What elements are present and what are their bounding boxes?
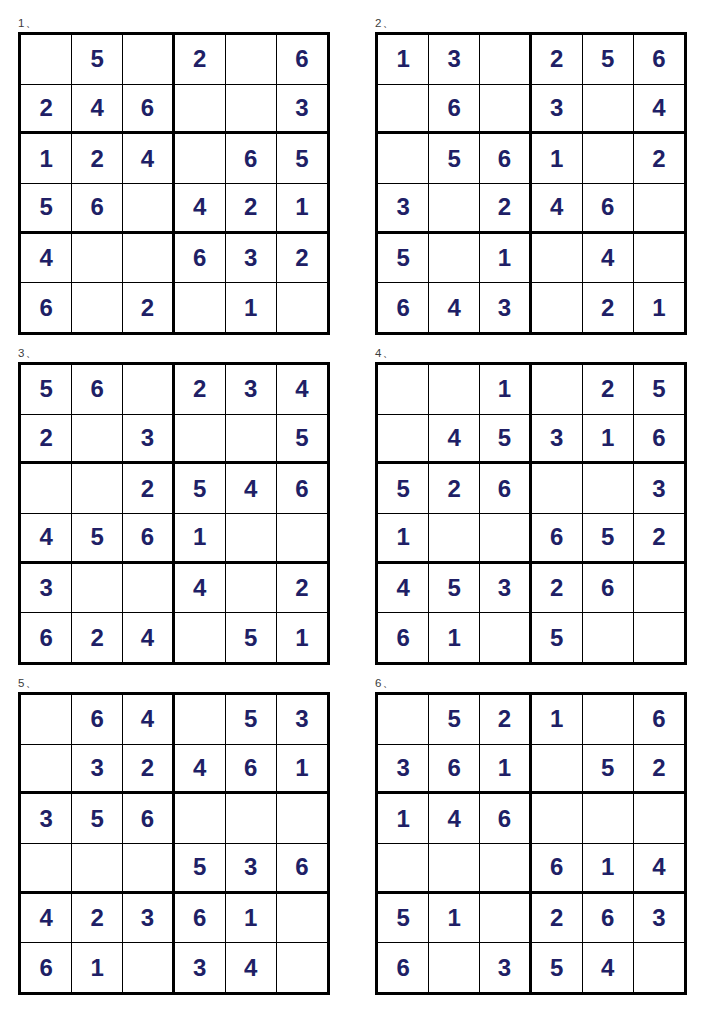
cell-r2c6[interactable]: 4 (634, 85, 684, 134)
cell-r5c6[interactable]: 2 (277, 234, 327, 283)
cell-r2c4[interactable]: 4 (175, 745, 225, 794)
cell-r5c1[interactable]: 3 (21, 564, 71, 613)
cell-r1c3[interactable] (480, 35, 530, 84)
cell-r4c1[interactable] (21, 844, 71, 893)
cell-r3c4[interactable] (175, 794, 225, 843)
cell-r5c5[interactable]: 6 (583, 894, 633, 943)
cell-r1c4[interactable]: 2 (532, 35, 582, 84)
cell-r6c1[interactable]: 6 (378, 613, 428, 662)
cell-r2c2[interactable] (72, 415, 122, 464)
cell-r5c1[interactable]: 4 (21, 894, 71, 943)
cell-r2c1[interactable]: 2 (21, 85, 71, 134)
sudoku-board-6: 521636152146614512636354 (375, 692, 687, 995)
cell-r6c4[interactable]: 5 (532, 943, 582, 992)
cell-r6c4[interactable] (175, 283, 225, 332)
cell-r2c2[interactable]: 3 (72, 745, 122, 794)
cell-r4c6[interactable] (277, 514, 327, 563)
puzzle-4-label: 4、 (375, 346, 687, 362)
cell-r4c2[interactable] (429, 844, 479, 893)
cell-r4c1[interactable]: 5 (21, 184, 71, 233)
cell-r4c6[interactable]: 1 (277, 184, 327, 233)
cell-r4c1[interactable]: 4 (21, 514, 71, 563)
cell-r3c6[interactable] (277, 794, 327, 843)
cell-r2c4[interactable]: 3 (532, 415, 582, 464)
cell-r4c4[interactable]: 5 (175, 844, 225, 893)
cell-r2c4[interactable] (532, 745, 582, 794)
cell-r4c1[interactable] (378, 844, 428, 893)
cell-r4c6[interactable]: 2 (634, 514, 684, 563)
cell-r6c3[interactable]: 3 (480, 943, 530, 992)
cell-r1c1[interactable] (378, 695, 428, 744)
cell-r5c4[interactable]: 6 (175, 234, 225, 283)
cell-r6c3[interactable] (480, 613, 530, 662)
cell-r5c1[interactable]: 4 (378, 564, 428, 613)
cell-r4c3[interactable] (480, 514, 530, 563)
cell-r1c5[interactable]: 3 (226, 365, 276, 414)
cell-r1c4[interactable] (532, 365, 582, 414)
cell-r1c5[interactable]: 5 (583, 35, 633, 84)
cell-r3c4[interactable] (532, 464, 582, 513)
cell-r2c2[interactable]: 6 (429, 85, 479, 134)
cell-r5c3[interactable]: 3 (123, 894, 173, 943)
cell-r1c4[interactable]: 1 (532, 695, 582, 744)
cell-r3c6[interactable]: 2 (634, 134, 684, 183)
cell-r3c4[interactable] (175, 134, 225, 183)
cell-r3c3[interactable]: 4 (123, 134, 173, 183)
cell-r4c6[interactable] (634, 184, 684, 233)
cell-r1c3[interactable]: 4 (123, 695, 173, 744)
puzzle-5: 5、 645332461356536423616134 (18, 676, 330, 995)
cell-r4c5[interactable]: 6 (583, 184, 633, 233)
cell-r6c2[interactable] (429, 943, 479, 992)
cell-r2c1[interactable] (378, 85, 428, 134)
cell-r2c1[interactable] (21, 745, 71, 794)
cell-r5c1[interactable]: 4 (21, 234, 71, 283)
cell-r3c4[interactable]: 1 (532, 134, 582, 183)
cell-r2c4[interactable]: 3 (532, 85, 582, 134)
cell-r3c5[interactable] (226, 794, 276, 843)
cell-r5c4[interactable]: 4 (175, 564, 225, 613)
cell-r1c1[interactable] (21, 35, 71, 84)
cell-r1c2[interactable] (429, 365, 479, 414)
cell-r6c2[interactable]: 1 (72, 943, 122, 992)
cell-r2c4[interactable] (175, 85, 225, 134)
cell-r4c5[interactable]: 5 (583, 514, 633, 563)
cell-r4c2[interactable]: 5 (72, 514, 122, 563)
cell-r2c5[interactable]: 5 (583, 745, 633, 794)
cell-r5c3[interactable]: 3 (480, 564, 530, 613)
cell-r1c3[interactable]: 2 (480, 695, 530, 744)
cell-r3c6[interactable]: 3 (634, 464, 684, 513)
cell-r3c1[interactable] (21, 464, 71, 513)
cell-r3c3[interactable]: 6 (480, 464, 530, 513)
cell-r2c3[interactable]: 2 (123, 745, 173, 794)
cell-r2c2[interactable]: 6 (429, 745, 479, 794)
cell-r5c4[interactable] (532, 234, 582, 283)
cell-r3c2[interactable]: 4 (429, 794, 479, 843)
puzzle-6: 6、 521636152146614512636354 (375, 676, 687, 995)
sudoku-board-4: 125453165263165245326615 (375, 362, 687, 665)
cell-r5c3[interactable] (123, 234, 173, 283)
cell-r6c1[interactable]: 6 (378, 283, 428, 332)
cell-r5c2[interactable]: 5 (429, 564, 479, 613)
puzzle-4: 4、 125453165263165245326615 (375, 346, 687, 665)
puzzle-3-label: 3、 (18, 346, 330, 362)
cell-r5c5[interactable]: 3 (226, 234, 276, 283)
cell-r5c3[interactable] (123, 564, 173, 613)
cell-r3c1[interactable]: 3 (21, 794, 71, 843)
sudoku-board-3: 562342352546456134262451 (18, 362, 330, 665)
cell-r3c2[interactable] (72, 464, 122, 513)
cell-r1c1[interactable]: 5 (21, 365, 71, 414)
cell-r2c6[interactable]: 3 (277, 85, 327, 134)
cell-r4c6[interactable]: 6 (277, 844, 327, 893)
cell-r3c2[interactable]: 2 (429, 464, 479, 513)
cell-r1c2[interactable]: 6 (72, 365, 122, 414)
sudoku-board-2: 132566345612324651464321 (375, 32, 687, 335)
cell-r6c4[interactable]: 5 (532, 613, 582, 662)
cell-r5c2[interactable] (429, 234, 479, 283)
cell-r3c5[interactable] (583, 464, 633, 513)
cell-r2c1[interactable] (378, 415, 428, 464)
cell-r3c2[interactable]: 2 (72, 134, 122, 183)
cell-r1c4[interactable]: 2 (175, 365, 225, 414)
cell-r1c1[interactable] (21, 695, 71, 744)
cell-r2c5[interactable] (226, 85, 276, 134)
cell-r2c3[interactable]: 1 (480, 745, 530, 794)
cell-r3c1[interactable]: 1 (378, 794, 428, 843)
cell-r6c5[interactable]: 1 (226, 283, 276, 332)
cell-r6c5[interactable] (583, 613, 633, 662)
cell-r2c2[interactable]: 4 (429, 415, 479, 464)
puzzle-1-label: 1、 (18, 16, 330, 32)
cell-r4c5[interactable] (226, 514, 276, 563)
sudoku-board-5: 645332461356536423616134 (18, 692, 330, 995)
cell-r1c4[interactable]: 2 (175, 35, 225, 84)
cell-r3c5[interactable] (583, 794, 633, 843)
cell-r5c5[interactable]: 4 (583, 234, 633, 283)
cell-r1c3[interactable]: 1 (480, 365, 530, 414)
cell-r6c2[interactable] (72, 283, 122, 332)
cell-r6c4[interactable]: 3 (175, 943, 225, 992)
cell-r4c4[interactable]: 4 (532, 184, 582, 233)
cell-r5c6[interactable] (634, 234, 684, 283)
cell-r6c6[interactable] (277, 283, 327, 332)
cell-r2c5[interactable] (226, 415, 276, 464)
cell-r4c5[interactable]: 3 (226, 844, 276, 893)
cell-r6c5[interactable]: 2 (583, 283, 633, 332)
cell-r2c1[interactable]: 3 (378, 745, 428, 794)
cell-r2c6[interactable]: 6 (634, 415, 684, 464)
cell-r4c2[interactable] (429, 514, 479, 563)
cell-r2c6[interactable]: 1 (277, 745, 327, 794)
cell-r4c6[interactable]: 4 (634, 844, 684, 893)
cell-r5c2[interactable]: 2 (72, 894, 122, 943)
cell-r4c1[interactable]: 3 (378, 184, 428, 233)
cell-r1c2[interactable]: 5 (72, 35, 122, 84)
cell-r5c4[interactable]: 2 (532, 564, 582, 613)
cell-r3c2[interactable]: 5 (72, 794, 122, 843)
cell-r6c1[interactable]: 6 (21, 613, 71, 662)
cell-r1c5[interactable] (226, 35, 276, 84)
puzzle-6-label: 6、 (375, 676, 687, 692)
cell-r3c1[interactable]: 5 (378, 464, 428, 513)
cell-r5c2[interactable]: 1 (429, 894, 479, 943)
cell-r4c4[interactable]: 6 (532, 844, 582, 893)
cell-r2c3[interactable] (480, 85, 530, 134)
cell-r2c5[interactable] (583, 85, 633, 134)
cell-r2c6[interactable]: 2 (634, 745, 684, 794)
cell-r6c6[interactable]: 1 (277, 613, 327, 662)
puzzle-3: 3、 562342352546456134262451 (18, 346, 330, 665)
cell-r4c2[interactable] (72, 844, 122, 893)
cell-r6c5[interactable]: 5 (226, 613, 276, 662)
cell-r4c5[interactable]: 2 (226, 184, 276, 233)
cell-r4c3[interactable]: 2 (480, 184, 530, 233)
puzzle-1: 1、 526246312465564214632621 (18, 16, 330, 335)
cell-r1c1[interactable] (378, 365, 428, 414)
cell-r3c4[interactable]: 5 (175, 464, 225, 513)
cell-r6c6[interactable]: 1 (634, 283, 684, 332)
cell-r4c2[interactable] (429, 184, 479, 233)
cell-r3c2[interactable]: 5 (429, 134, 479, 183)
cell-r6c3[interactable] (123, 943, 173, 992)
cell-r2c5[interactable]: 1 (583, 415, 633, 464)
sudoku-worksheet: 1、 526246312465564214632621 2、 132566345… (0, 0, 709, 995)
cell-r4c3[interactable]: 6 (123, 514, 173, 563)
cell-r4c4[interactable]: 4 (175, 184, 225, 233)
cell-r3c4[interactable] (532, 794, 582, 843)
cell-r6c1[interactable]: 6 (378, 943, 428, 992)
cell-r2c4[interactable] (175, 415, 225, 464)
cell-r5c1[interactable]: 5 (378, 894, 428, 943)
cell-r1c6[interactable]: 3 (277, 695, 327, 744)
cell-r6c2[interactable]: 4 (429, 283, 479, 332)
cell-r5c2[interactable] (72, 234, 122, 283)
cell-r6c1[interactable]: 6 (21, 943, 71, 992)
cell-r6c2[interactable]: 1 (429, 613, 479, 662)
cell-r3c1[interactable]: 1 (21, 134, 71, 183)
cell-r3c5[interactable]: 4 (226, 464, 276, 513)
cell-r1c6[interactable]: 6 (634, 35, 684, 84)
cell-r4c3[interactable] (123, 844, 173, 893)
cell-r2c1[interactable]: 2 (21, 415, 71, 464)
cell-r3c6[interactable]: 5 (277, 134, 327, 183)
cell-r5c4[interactable]: 6 (175, 894, 225, 943)
cell-r6c2[interactable]: 2 (72, 613, 122, 662)
cell-r2c2[interactable]: 4 (72, 85, 122, 134)
cell-r6c1[interactable]: 6 (21, 283, 71, 332)
cell-r2c5[interactable]: 6 (226, 745, 276, 794)
cell-r1c2[interactable]: 5 (429, 695, 479, 744)
cell-r1c4[interactable] (175, 695, 225, 744)
cell-r4c2[interactable]: 6 (72, 184, 122, 233)
cell-r1c2[interactable]: 3 (429, 35, 479, 84)
cell-r1c1[interactable]: 1 (378, 35, 428, 84)
cell-r5c1[interactable]: 5 (378, 234, 428, 283)
cell-r6c6[interactable] (634, 943, 684, 992)
puzzle-2-label: 2、 (375, 16, 687, 32)
cell-r1c3[interactable] (123, 365, 173, 414)
cell-r2c3[interactable]: 3 (123, 415, 173, 464)
puzzle-5-label: 5、 (18, 676, 330, 692)
cell-r6c5[interactable]: 4 (583, 943, 633, 992)
cell-r4c1[interactable]: 1 (378, 514, 428, 563)
cell-r2c3[interactable]: 6 (123, 85, 173, 134)
cell-r5c3[interactable]: 1 (480, 234, 530, 283)
cell-r6c3[interactable]: 2 (123, 283, 173, 332)
cell-r5c6[interactable] (634, 564, 684, 613)
cell-r5c6[interactable]: 2 (277, 564, 327, 613)
cell-r3c6[interactable] (634, 794, 684, 843)
cell-r3c5[interactable]: 6 (226, 134, 276, 183)
cell-r1c3[interactable] (123, 35, 173, 84)
cell-r4c4[interactable]: 6 (532, 514, 582, 563)
cell-r4c5[interactable]: 1 (583, 844, 633, 893)
cell-r1c5[interactable] (583, 695, 633, 744)
cell-r4c4[interactable]: 1 (175, 514, 225, 563)
cell-r5c6[interactable] (277, 894, 327, 943)
cell-r4c3[interactable] (123, 184, 173, 233)
cell-r1c6[interactable]: 6 (277, 35, 327, 84)
cell-r3c1[interactable] (378, 134, 428, 183)
cell-r2c6[interactable]: 5 (277, 415, 327, 464)
cell-r6c4[interactable] (175, 613, 225, 662)
puzzle-2: 2、 132566345612324651464321 (375, 16, 687, 335)
cell-r1c5[interactable]: 5 (226, 695, 276, 744)
cell-r5c2[interactable] (72, 564, 122, 613)
cell-r6c6[interactable] (634, 613, 684, 662)
cell-r2c3[interactable]: 5 (480, 415, 530, 464)
cell-r5c6[interactable]: 3 (634, 894, 684, 943)
cell-r6c3[interactable]: 4 (123, 613, 173, 662)
cell-r3c6[interactable]: 6 (277, 464, 327, 513)
cell-r3c5[interactable] (583, 134, 633, 183)
cell-r5c3[interactable] (480, 894, 530, 943)
cell-r5c5[interactable]: 6 (583, 564, 633, 613)
cell-r3c3[interactable]: 6 (123, 794, 173, 843)
cell-r3c3[interactable]: 6 (480, 134, 530, 183)
sudoku-board-1: 526246312465564214632621 (18, 32, 330, 335)
cell-r1c2[interactable]: 6 (72, 695, 122, 744)
cell-r4c3[interactable] (480, 844, 530, 893)
cell-r6c3[interactable]: 3 (480, 283, 530, 332)
cell-r5c5[interactable]: 1 (226, 894, 276, 943)
cell-r6c6[interactable] (277, 943, 327, 992)
cell-r6c4[interactable] (532, 283, 582, 332)
cell-r5c4[interactable]: 2 (532, 894, 582, 943)
cell-r6c5[interactable]: 4 (226, 943, 276, 992)
cell-r1c6[interactable]: 5 (634, 365, 684, 414)
cell-r5c5[interactable] (226, 564, 276, 613)
cell-r3c3[interactable]: 6 (480, 794, 530, 843)
cell-r1c6[interactable]: 4 (277, 365, 327, 414)
cell-r1c6[interactable]: 6 (634, 695, 684, 744)
cell-r3c3[interactable]: 2 (123, 464, 173, 513)
cell-r1c5[interactable]: 2 (583, 365, 633, 414)
